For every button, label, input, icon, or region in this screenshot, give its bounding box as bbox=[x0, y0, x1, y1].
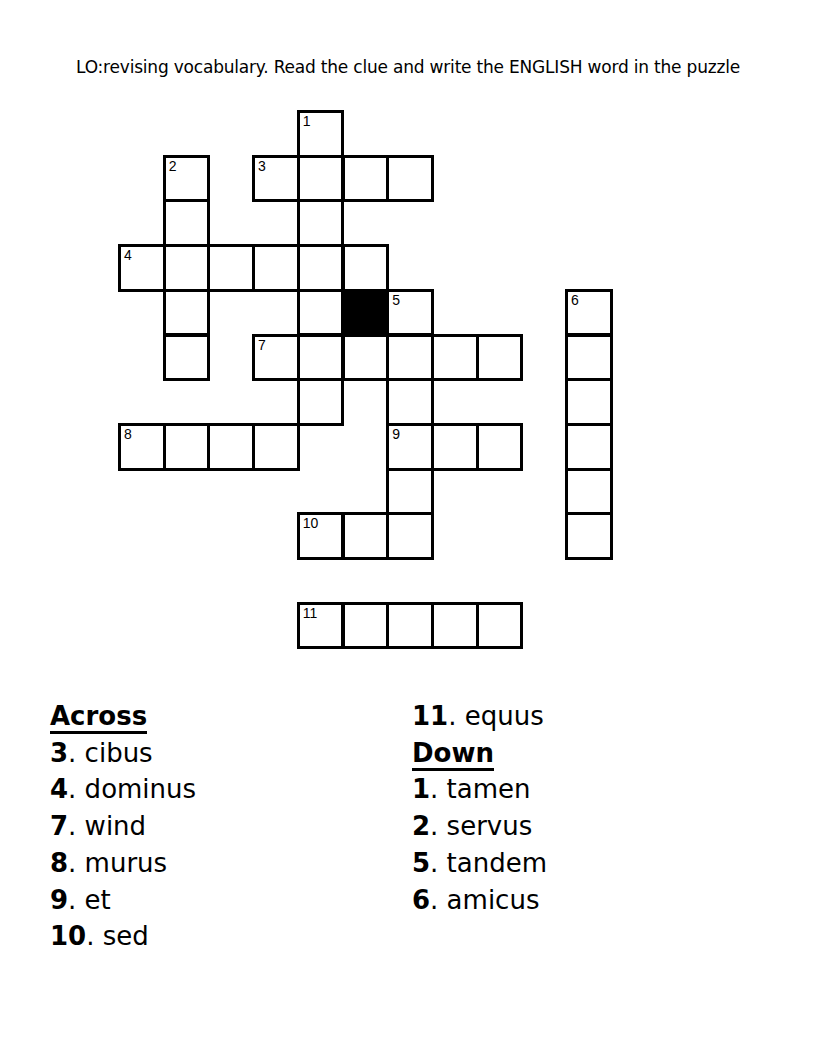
grid-cell[interactable] bbox=[342, 334, 390, 382]
grid-cell[interactable] bbox=[252, 244, 300, 292]
across-header-text: Across bbox=[50, 703, 147, 734]
clue-item-number: 3 bbox=[50, 738, 68, 768]
grid-cell[interactable]: 1 bbox=[297, 110, 345, 158]
grid-cell[interactable] bbox=[252, 423, 300, 471]
clue-line: 4. dominus bbox=[50, 771, 196, 808]
grid-cell[interactable] bbox=[476, 423, 524, 471]
clue-number: 6 bbox=[571, 292, 579, 308]
clue-number: 4 bbox=[124, 247, 132, 263]
grid-cell[interactable] bbox=[386, 155, 434, 203]
crossword-grid: 1234567891011 bbox=[118, 110, 613, 650]
grid-cell[interactable] bbox=[565, 468, 613, 516]
down-clue-column: 11. equusDown1. tamen2. servus5. tandem6… bbox=[412, 698, 547, 918]
clue-item-number: 5 bbox=[412, 848, 430, 878]
grid-cell[interactable]: 4 bbox=[118, 244, 166, 292]
grid-cell[interactable] bbox=[386, 334, 434, 382]
clue-item-word: . cibus bbox=[68, 738, 153, 768]
clue-item-number: 4 bbox=[50, 774, 68, 804]
grid-cell[interactable] bbox=[297, 378, 345, 426]
clue-item-word: . murus bbox=[68, 848, 167, 878]
across-clue-column: Across3. cibus4. dominus7. wind8. murus9… bbox=[50, 698, 196, 955]
clue-item-word: . et bbox=[68, 885, 111, 915]
clue-item-number: 7 bbox=[50, 811, 68, 841]
grid-cell[interactable]: 10 bbox=[297, 512, 345, 560]
clue-number: 2 bbox=[169, 158, 177, 174]
page-title: LO:revising vocabulary. Read the clue an… bbox=[0, 57, 816, 77]
grid-cell[interactable]: 2 bbox=[163, 155, 211, 203]
clue-number: 9 bbox=[392, 426, 400, 442]
clue-number: 5 bbox=[392, 292, 400, 308]
clue-line: 8. murus bbox=[50, 845, 196, 882]
down-header-text: Down bbox=[412, 740, 494, 771]
clue-line: 5. tandem bbox=[412, 845, 547, 882]
grid-cell[interactable] bbox=[431, 423, 479, 471]
clue-item-word: . sed bbox=[86, 921, 149, 951]
grid-cell[interactable] bbox=[297, 289, 345, 337]
grid-cell[interactable] bbox=[297, 155, 345, 203]
clue-item-word: . equus bbox=[448, 701, 544, 731]
grid-cell[interactable] bbox=[476, 602, 524, 650]
across-header: Across bbox=[50, 698, 196, 735]
clue-item-word: . wind bbox=[68, 811, 146, 841]
grid-cell[interactable]: 9 bbox=[386, 423, 434, 471]
grid-cell[interactable] bbox=[207, 244, 255, 292]
grid-cell[interactable]: 7 bbox=[252, 334, 300, 382]
clue-item-number: 6 bbox=[412, 885, 430, 915]
clue-line: 1. tamen bbox=[412, 771, 547, 808]
grid-cell[interactable] bbox=[342, 512, 390, 560]
grid-cell[interactable] bbox=[207, 423, 255, 471]
grid-cell[interactable] bbox=[297, 199, 345, 247]
black-cell bbox=[342, 289, 390, 337]
clue-number: 11 bbox=[303, 605, 318, 621]
clue-item-number: 1 bbox=[412, 774, 430, 804]
grid-cell[interactable] bbox=[297, 334, 345, 382]
clue-number: 7 bbox=[258, 337, 266, 353]
clue-item-number: 8 bbox=[50, 848, 68, 878]
clue-line: 3. cibus bbox=[50, 735, 196, 772]
grid-cell[interactable] bbox=[565, 423, 613, 471]
clue-item-number: 9 bbox=[50, 885, 68, 915]
grid-cell[interactable] bbox=[386, 602, 434, 650]
clue-number: 8 bbox=[124, 426, 132, 442]
grid-cell[interactable] bbox=[342, 602, 390, 650]
grid-cell[interactable]: 8 bbox=[118, 423, 166, 471]
grid-cell[interactable] bbox=[431, 602, 479, 650]
grid-cell[interactable]: 6 bbox=[565, 289, 613, 337]
clue-number: 10 bbox=[303, 515, 319, 531]
clue-item-word: . tamen bbox=[430, 774, 530, 804]
grid-cell[interactable]: 11 bbox=[297, 602, 345, 650]
clue-item-word: . tandem bbox=[430, 848, 547, 878]
grid-cell[interactable] bbox=[297, 244, 345, 292]
clue-item-word: . amicus bbox=[430, 885, 539, 915]
worksheet-page: LO:revising vocabulary. Read the clue an… bbox=[0, 0, 816, 1056]
grid-cell[interactable] bbox=[386, 468, 434, 516]
clue-item-number: 10 bbox=[50, 921, 86, 951]
clue-line: 2. servus bbox=[412, 808, 547, 845]
clue-item-word: . servus bbox=[430, 811, 532, 841]
grid-cell[interactable] bbox=[163, 199, 211, 247]
clue-line: 9. et bbox=[50, 882, 196, 919]
grid-cell[interactable] bbox=[163, 244, 211, 292]
clue-line: 10. sed bbox=[50, 918, 196, 955]
grid-cell[interactable]: 3 bbox=[252, 155, 300, 203]
grid-cell[interactable] bbox=[386, 378, 434, 426]
clue-item-word: . dominus bbox=[68, 774, 196, 804]
clue-number: 1 bbox=[303, 113, 311, 129]
grid-cell[interactable] bbox=[163, 423, 211, 471]
clue-item-number: 11 bbox=[412, 701, 448, 731]
grid-cell[interactable] bbox=[342, 244, 390, 292]
grid-cell[interactable] bbox=[565, 512, 613, 560]
clue-line: 6. amicus bbox=[412, 882, 547, 919]
clue-number: 3 bbox=[258, 158, 266, 174]
grid-cell[interactable]: 5 bbox=[386, 289, 434, 337]
grid-cell[interactable] bbox=[431, 334, 479, 382]
clue-line: 11. equus bbox=[412, 698, 547, 735]
clue-item-number: 2 bbox=[412, 811, 430, 841]
grid-cell[interactable] bbox=[565, 378, 613, 426]
grid-cell[interactable] bbox=[386, 512, 434, 560]
clue-line: 7. wind bbox=[50, 808, 196, 845]
down-header: Down bbox=[412, 735, 547, 772]
grid-cell[interactable] bbox=[565, 334, 613, 382]
grid-cell[interactable] bbox=[163, 289, 211, 337]
grid-cell[interactable] bbox=[342, 155, 390, 203]
grid-cell[interactable] bbox=[163, 334, 211, 382]
grid-cell[interactable] bbox=[476, 334, 524, 382]
